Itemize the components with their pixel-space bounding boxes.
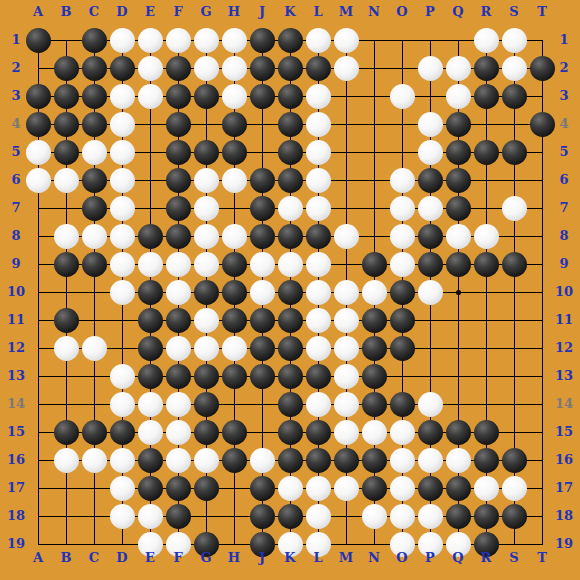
black-stone-b5 [54, 140, 79, 165]
white-stone-g6 [194, 168, 219, 193]
black-stone-k11 [278, 308, 303, 333]
black-stone-n12 [362, 336, 387, 361]
white-stone-p7 [418, 196, 443, 221]
white-stone-e2 [138, 56, 163, 81]
black-stone-g14 [194, 392, 219, 417]
white-stone-l5 [306, 140, 331, 165]
black-stone-b11 [54, 308, 79, 333]
black-stone-l2 [306, 56, 331, 81]
black-stone-s9 [502, 252, 527, 277]
col-label-top-m: M [332, 5, 360, 19]
white-stone-q16 [446, 448, 471, 473]
black-stone-k4 [278, 112, 303, 137]
black-stone-k5 [278, 140, 303, 165]
black-stone-p15 [418, 420, 443, 445]
black-stone-r16 [474, 448, 499, 473]
white-stone-l6 [306, 168, 331, 193]
black-stone-c9 [82, 252, 107, 277]
col-label-bottom-n: N [360, 551, 388, 565]
white-stone-n18 [362, 504, 387, 529]
black-stone-l15 [306, 420, 331, 445]
black-stone-c2 [82, 56, 107, 81]
black-stone-f8 [166, 224, 191, 249]
black-stone-l16 [306, 448, 331, 473]
black-stone-e16 [138, 448, 163, 473]
white-stone-j10 [250, 280, 275, 305]
white-stone-g9 [194, 252, 219, 277]
white-stone-d17 [110, 476, 135, 501]
black-stone-c3 [82, 84, 107, 109]
white-stone-d3 [110, 84, 135, 109]
white-stone-m13 [334, 364, 359, 389]
col-label-top-k: K [276, 5, 304, 19]
row-label-right-13: 13 [550, 369, 578, 383]
white-stone-h8 [222, 224, 247, 249]
row-label-left-8: 8 [2, 229, 30, 243]
white-stone-e3 [138, 84, 163, 109]
row-label-left-2: 2 [2, 61, 30, 75]
black-stone-f7 [166, 196, 191, 221]
white-stone-f10 [166, 280, 191, 305]
white-stone-m17 [334, 476, 359, 501]
row-label-right-12: 12 [550, 341, 578, 355]
black-stone-f11 [166, 308, 191, 333]
white-stone-o9 [390, 252, 415, 277]
white-stone-m12 [334, 336, 359, 361]
col-label-bottom-t: T [528, 551, 556, 565]
white-stone-s1 [502, 28, 527, 53]
black-stone-f3 [166, 84, 191, 109]
white-stone-g1 [194, 28, 219, 53]
black-stone-n16 [362, 448, 387, 473]
white-stone-b16 [54, 448, 79, 473]
black-stone-k6 [278, 168, 303, 193]
row-label-right-11: 11 [550, 313, 578, 327]
white-stone-s17 [502, 476, 527, 501]
black-stone-n9 [362, 252, 387, 277]
col-label-top-o: O [388, 5, 416, 19]
white-stone-l14 [306, 392, 331, 417]
white-stone-e1 [138, 28, 163, 53]
white-stone-d14 [110, 392, 135, 417]
black-stone-f13 [166, 364, 191, 389]
white-stone-g8 [194, 224, 219, 249]
black-stone-o14 [390, 392, 415, 417]
black-stone-f17 [166, 476, 191, 501]
white-stone-o3 [390, 84, 415, 109]
black-stone-s18 [502, 504, 527, 529]
black-stone-q17 [446, 476, 471, 501]
black-stone-h4 [222, 112, 247, 137]
white-stone-d8 [110, 224, 135, 249]
white-stone-p10 [418, 280, 443, 305]
white-stone-g2 [194, 56, 219, 81]
black-stone-g17 [194, 476, 219, 501]
row-label-left-9: 9 [2, 257, 30, 271]
white-stone-o8 [390, 224, 415, 249]
white-stone-p18 [418, 504, 443, 529]
white-stone-p4 [418, 112, 443, 137]
row-label-right-6: 6 [550, 173, 578, 187]
row-label-left-18: 18 [2, 509, 30, 523]
white-stone-k9 [278, 252, 303, 277]
row-label-right-3: 3 [550, 89, 578, 103]
row-label-left-1: 1 [2, 33, 30, 47]
col-label-top-d: D [108, 5, 136, 19]
white-stone-c8 [82, 224, 107, 249]
black-stone-k3 [278, 84, 303, 109]
col-label-bottom-l: L [304, 551, 332, 565]
black-stone-e10 [138, 280, 163, 305]
black-stone-d2 [110, 56, 135, 81]
black-stone-c6 [82, 168, 107, 193]
row-label-right-17: 17 [550, 481, 578, 495]
black-stone-c15 [82, 420, 107, 445]
black-stone-q4 [446, 112, 471, 137]
col-label-top-b: B [52, 5, 80, 19]
row-label-right-9: 9 [550, 257, 578, 271]
black-stone-j7 [250, 196, 275, 221]
col-label-bottom-c: C [80, 551, 108, 565]
col-label-bottom-b: B [52, 551, 80, 565]
col-label-bottom-k: K [276, 551, 304, 565]
row-label-right-7: 7 [550, 201, 578, 215]
col-label-top-h: H [220, 5, 248, 19]
black-stone-f2 [166, 56, 191, 81]
col-label-top-p: P [416, 5, 444, 19]
black-stone-q5 [446, 140, 471, 165]
white-stone-l17 [306, 476, 331, 501]
black-stone-j12 [250, 336, 275, 361]
black-stone-g15 [194, 420, 219, 445]
black-stone-b9 [54, 252, 79, 277]
col-label-bottom-a: A [24, 551, 52, 565]
col-label-top-t: T [528, 5, 556, 19]
white-stone-h12 [222, 336, 247, 361]
col-label-bottom-o: O [388, 551, 416, 565]
row-label-right-15: 15 [550, 425, 578, 439]
black-stone-q7 [446, 196, 471, 221]
white-stone-n15 [362, 420, 387, 445]
black-stone-b15 [54, 420, 79, 445]
row-label-right-18: 18 [550, 509, 578, 523]
white-stone-p14 [418, 392, 443, 417]
black-stone-q9 [446, 252, 471, 277]
black-stone-b4 [54, 112, 79, 137]
white-stone-c16 [82, 448, 107, 473]
white-stone-f12 [166, 336, 191, 361]
black-stone-k16 [278, 448, 303, 473]
white-stone-h3 [222, 84, 247, 109]
white-stone-d6 [110, 168, 135, 193]
white-stone-h1 [222, 28, 247, 53]
white-stone-e9 [138, 252, 163, 277]
white-stone-b8 [54, 224, 79, 249]
white-stone-o7 [390, 196, 415, 221]
col-label-bottom-m: M [332, 551, 360, 565]
black-stone-j8 [250, 224, 275, 249]
black-stone-e17 [138, 476, 163, 501]
white-stone-q8 [446, 224, 471, 249]
col-label-top-j: J [248, 5, 276, 19]
white-stone-g12 [194, 336, 219, 361]
white-stone-m8 [334, 224, 359, 249]
black-stone-j2 [250, 56, 275, 81]
black-stone-c1 [82, 28, 107, 53]
black-stone-j13 [250, 364, 275, 389]
black-stone-b2 [54, 56, 79, 81]
row-label-left-19: 19 [2, 537, 30, 551]
white-stone-l12 [306, 336, 331, 361]
black-stone-h11 [222, 308, 247, 333]
black-stone-p17 [418, 476, 443, 501]
white-stone-q2 [446, 56, 471, 81]
white-stone-d5 [110, 140, 135, 165]
white-stone-l1 [306, 28, 331, 53]
black-stone-l13 [306, 364, 331, 389]
white-stone-h6 [222, 168, 247, 193]
row-label-right-2: 2 [550, 61, 578, 75]
white-stone-g7 [194, 196, 219, 221]
white-stone-m1 [334, 28, 359, 53]
white-stone-q3 [446, 84, 471, 109]
white-stone-m10 [334, 280, 359, 305]
white-stone-p2 [418, 56, 443, 81]
black-stone-h15 [222, 420, 247, 445]
col-label-top-l: L [304, 5, 332, 19]
col-label-bottom-p: P [416, 551, 444, 565]
black-stone-j17 [250, 476, 275, 501]
white-stone-d13 [110, 364, 135, 389]
black-stone-q15 [446, 420, 471, 445]
black-stone-o12 [390, 336, 415, 361]
white-stone-d4 [110, 112, 135, 137]
black-stone-n13 [362, 364, 387, 389]
black-stone-j1 [250, 28, 275, 53]
col-label-top-a: A [24, 5, 52, 19]
black-stone-r2 [474, 56, 499, 81]
col-label-bottom-q: Q [444, 551, 472, 565]
white-stone-m14 [334, 392, 359, 417]
star-point-q10 [456, 290, 461, 295]
black-stone-e11 [138, 308, 163, 333]
black-stone-p8 [418, 224, 443, 249]
row-label-right-14: 14 [550, 397, 578, 411]
white-stone-o18 [390, 504, 415, 529]
col-label-bottom-j: J [248, 551, 276, 565]
white-stone-l10 [306, 280, 331, 305]
white-stone-e14 [138, 392, 163, 417]
black-stone-e8 [138, 224, 163, 249]
white-stone-d9 [110, 252, 135, 277]
row-label-right-1: 1 [550, 33, 578, 47]
col-label-top-r: R [472, 5, 500, 19]
row-label-left-17: 17 [2, 481, 30, 495]
white-stone-d1 [110, 28, 135, 53]
black-stone-b3 [54, 84, 79, 109]
black-stone-p6 [418, 168, 443, 193]
black-stone-k1 [278, 28, 303, 53]
white-stone-o15 [390, 420, 415, 445]
row-label-left-4: 4 [2, 117, 30, 131]
black-stone-f4 [166, 112, 191, 137]
black-stone-s5 [502, 140, 527, 165]
col-label-top-c: C [80, 5, 108, 19]
black-stone-g5 [194, 140, 219, 165]
black-stone-s3 [502, 84, 527, 109]
white-stone-p16 [418, 448, 443, 473]
white-stone-d18 [110, 504, 135, 529]
black-stone-k10 [278, 280, 303, 305]
white-stone-s2 [502, 56, 527, 81]
black-stone-k13 [278, 364, 303, 389]
white-stone-e15 [138, 420, 163, 445]
white-stone-e18 [138, 504, 163, 529]
black-stone-f6 [166, 168, 191, 193]
black-stone-m16 [334, 448, 359, 473]
black-stone-j18 [250, 504, 275, 529]
black-stone-r5 [474, 140, 499, 165]
white-stone-n10 [362, 280, 387, 305]
row-label-left-11: 11 [2, 313, 30, 327]
row-label-right-10: 10 [550, 285, 578, 299]
black-stone-h9 [222, 252, 247, 277]
row-label-left-16: 16 [2, 453, 30, 467]
row-label-right-16: 16 [550, 453, 578, 467]
row-label-left-6: 6 [2, 173, 30, 187]
col-label-bottom-r: R [472, 551, 500, 565]
white-stone-g11 [194, 308, 219, 333]
black-stone-k14 [278, 392, 303, 417]
white-stone-k7 [278, 196, 303, 221]
col-label-top-f: F [164, 5, 192, 19]
black-stone-h10 [222, 280, 247, 305]
black-stone-o11 [390, 308, 415, 333]
black-stone-r18 [474, 504, 499, 529]
black-stone-o10 [390, 280, 415, 305]
black-stone-p9 [418, 252, 443, 277]
white-stone-l4 [306, 112, 331, 137]
black-stone-j6 [250, 168, 275, 193]
go-app-window: ABCDEFGHJKLMNOPQRST ABCDEFGHJKLMNOPQRST … [0, 0, 580, 580]
white-stone-f15 [166, 420, 191, 445]
black-stone-j11 [250, 308, 275, 333]
col-label-top-s: S [500, 5, 528, 19]
black-stone-j3 [250, 84, 275, 109]
white-stone-r1 [474, 28, 499, 53]
black-stone-n14 [362, 392, 387, 417]
col-label-bottom-g: G [192, 551, 220, 565]
black-stone-r15 [474, 420, 499, 445]
black-stone-h5 [222, 140, 247, 165]
black-stone-c7 [82, 196, 107, 221]
black-stone-e12 [138, 336, 163, 361]
black-stone-n17 [362, 476, 387, 501]
white-stone-c5 [82, 140, 107, 165]
black-stone-h13 [222, 364, 247, 389]
white-stone-m15 [334, 420, 359, 445]
black-stone-r3 [474, 84, 499, 109]
col-label-top-g: G [192, 5, 220, 19]
white-stone-s7 [502, 196, 527, 221]
black-stone-n11 [362, 308, 387, 333]
black-stone-q18 [446, 504, 471, 529]
black-stone-g10 [194, 280, 219, 305]
white-stone-p5 [418, 140, 443, 165]
white-stone-o6 [390, 168, 415, 193]
white-stone-r8 [474, 224, 499, 249]
row-label-left-10: 10 [2, 285, 30, 299]
black-stone-r9 [474, 252, 499, 277]
row-label-left-15: 15 [2, 425, 30, 439]
col-label-top-e: E [136, 5, 164, 19]
white-stone-r17 [474, 476, 499, 501]
black-stone-l8 [306, 224, 331, 249]
white-stone-f1 [166, 28, 191, 53]
black-stone-k8 [278, 224, 303, 249]
black-stone-k18 [278, 504, 303, 529]
black-stone-e13 [138, 364, 163, 389]
col-label-bottom-s: S [500, 551, 528, 565]
white-stone-j9 [250, 252, 275, 277]
row-label-left-13: 13 [2, 369, 30, 383]
black-stone-s16 [502, 448, 527, 473]
row-label-left-7: 7 [2, 201, 30, 215]
white-stone-d7 [110, 196, 135, 221]
white-stone-d10 [110, 280, 135, 305]
black-stone-c4 [82, 112, 107, 137]
row-label-right-4: 4 [550, 117, 578, 131]
white-stone-c12 [82, 336, 107, 361]
white-stone-l7 [306, 196, 331, 221]
white-stone-l9 [306, 252, 331, 277]
row-label-left-14: 14 [2, 397, 30, 411]
white-stone-d16 [110, 448, 135, 473]
white-stone-f9 [166, 252, 191, 277]
row-label-right-19: 19 [550, 537, 578, 551]
white-stone-f16 [166, 448, 191, 473]
white-stone-m2 [334, 56, 359, 81]
white-stone-o16 [390, 448, 415, 473]
black-stone-g3 [194, 84, 219, 109]
white-stone-l11 [306, 308, 331, 333]
white-stone-o17 [390, 476, 415, 501]
black-stone-h16 [222, 448, 247, 473]
black-stone-f18 [166, 504, 191, 529]
white-stone-j16 [250, 448, 275, 473]
white-stone-k17 [278, 476, 303, 501]
black-stone-d15 [110, 420, 135, 445]
black-stone-f5 [166, 140, 191, 165]
row-label-left-3: 3 [2, 89, 30, 103]
white-stone-m11 [334, 308, 359, 333]
row-label-right-8: 8 [550, 229, 578, 243]
row-label-left-12: 12 [2, 341, 30, 355]
col-label-bottom-h: H [220, 551, 248, 565]
white-stone-f14 [166, 392, 191, 417]
white-stone-l18 [306, 504, 331, 529]
row-label-right-5: 5 [550, 145, 578, 159]
col-label-top-q: Q [444, 5, 472, 19]
white-stone-l3 [306, 84, 331, 109]
black-stone-k15 [278, 420, 303, 445]
white-stone-b6 [54, 168, 79, 193]
white-stone-b12 [54, 336, 79, 361]
col-label-bottom-d: D [108, 551, 136, 565]
black-stone-k12 [278, 336, 303, 361]
col-label-bottom-f: F [164, 551, 192, 565]
row-label-left-5: 5 [2, 145, 30, 159]
